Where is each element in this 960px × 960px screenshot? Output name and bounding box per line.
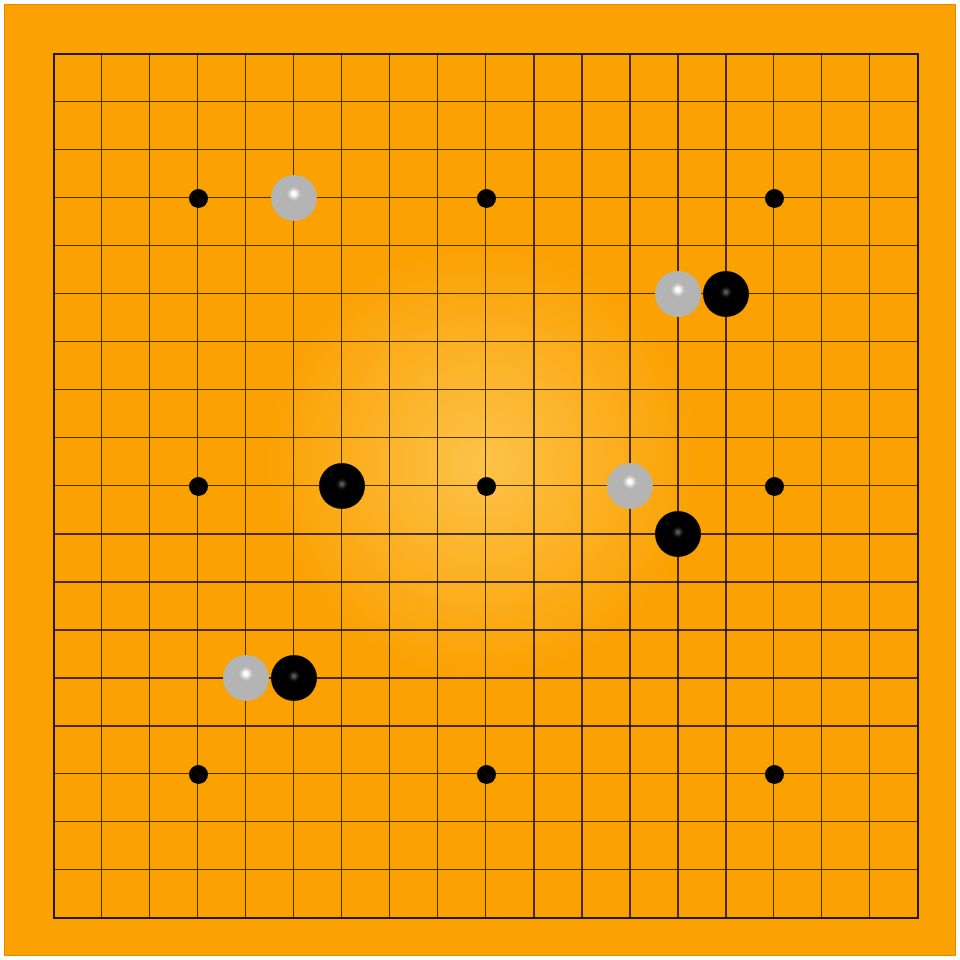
black-stone[interactable] — [703, 271, 749, 317]
hoshi-point — [765, 477, 784, 496]
hoshi-point — [477, 189, 496, 208]
intersection-O9[interactable] — [654, 510, 702, 558]
black-stone[interactable] — [655, 511, 701, 557]
hoshi-point — [765, 189, 784, 208]
go-board-screenshot — [0, 0, 960, 960]
hoshi-cell — [462, 174, 510, 222]
intersection-F6[interactable] — [270, 654, 318, 702]
intersection-N10[interactable] — [606, 462, 654, 510]
intersection-G10[interactable] — [318, 462, 366, 510]
white-stone[interactable] — [607, 463, 653, 509]
hoshi-point — [189, 189, 208, 208]
white-stone[interactable] — [655, 271, 701, 317]
hoshi-cell — [174, 462, 222, 510]
hoshi-cell — [750, 750, 798, 798]
hoshi-cell — [174, 750, 222, 798]
hoshi-point — [765, 765, 784, 784]
hoshi-cell — [174, 174, 222, 222]
intersection-F16[interactable] — [270, 174, 318, 222]
intersection-P14[interactable] — [702, 270, 750, 318]
black-stone[interactable] — [271, 655, 317, 701]
black-stone[interactable] — [319, 463, 365, 509]
hoshi-point — [477, 477, 496, 496]
hoshi-cell — [462, 750, 510, 798]
goban — [4, 4, 956, 956]
white-stone[interactable] — [223, 655, 269, 701]
hoshi-point — [189, 765, 208, 784]
hoshi-cell — [462, 462, 510, 510]
hoshi-cell — [750, 174, 798, 222]
white-stone[interactable] — [271, 175, 317, 221]
intersection-E6[interactable] — [222, 654, 270, 702]
hoshi-cell — [750, 462, 798, 510]
hoshi-point — [189, 477, 208, 496]
board-grid[interactable] — [30, 30, 942, 942]
hoshi-point — [477, 765, 496, 784]
intersection-O14[interactable] — [654, 270, 702, 318]
